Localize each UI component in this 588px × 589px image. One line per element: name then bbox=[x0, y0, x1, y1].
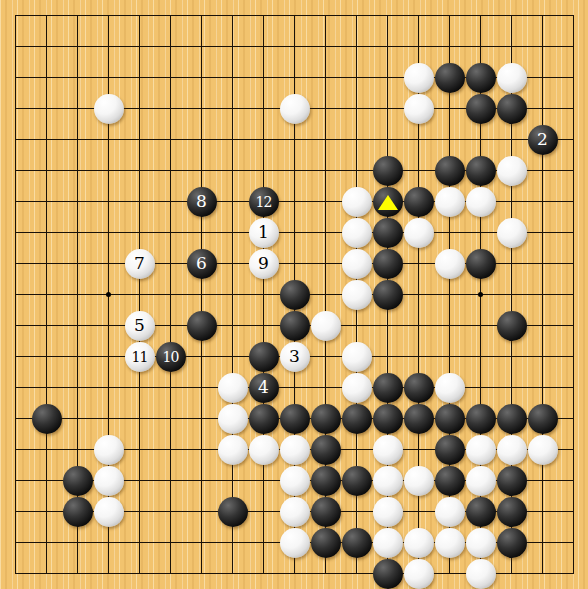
white-stone[interactable] bbox=[93, 465, 124, 496]
black-stone[interactable] bbox=[403, 403, 434, 434]
black-stone[interactable] bbox=[372, 372, 403, 403]
white-stone[interactable] bbox=[465, 465, 496, 496]
white-stone[interactable] bbox=[93, 93, 124, 124]
black-stone[interactable] bbox=[434, 62, 465, 93]
white-stone[interactable] bbox=[341, 279, 372, 310]
black-stone[interactable] bbox=[186, 310, 217, 341]
go-board[interactable]: 281217695111034 bbox=[0, 0, 588, 589]
white-stone[interactable] bbox=[434, 186, 465, 217]
white-stone[interactable] bbox=[403, 558, 434, 589]
black-stone[interactable] bbox=[465, 403, 496, 434]
white-stone[interactable] bbox=[341, 248, 372, 279]
black-stone[interactable] bbox=[465, 93, 496, 124]
white-stone[interactable] bbox=[372, 496, 403, 527]
white-stone[interactable] bbox=[279, 496, 310, 527]
white-stone[interactable] bbox=[372, 465, 403, 496]
white-stone[interactable] bbox=[527, 434, 558, 465]
black-stone[interactable] bbox=[372, 279, 403, 310]
white-stone[interactable] bbox=[434, 496, 465, 527]
black-stone[interactable] bbox=[403, 372, 434, 403]
white-stone[interactable] bbox=[279, 434, 310, 465]
black-stone[interactable] bbox=[62, 496, 93, 527]
black-stone[interactable] bbox=[372, 217, 403, 248]
white-stone[interactable] bbox=[372, 434, 403, 465]
black-stone[interactable] bbox=[465, 248, 496, 279]
black-stone[interactable] bbox=[279, 403, 310, 434]
black-stone[interactable] bbox=[372, 155, 403, 186]
white-stone[interactable]: 9 bbox=[248, 248, 279, 279]
black-stone[interactable] bbox=[434, 155, 465, 186]
white-stone[interactable] bbox=[465, 186, 496, 217]
white-stone[interactable] bbox=[217, 372, 248, 403]
black-stone[interactable] bbox=[310, 527, 341, 558]
black-stone[interactable] bbox=[403, 186, 434, 217]
black-stone[interactable] bbox=[465, 155, 496, 186]
white-stone[interactable]: 3 bbox=[279, 341, 310, 372]
black-stone[interactable]: 8 bbox=[186, 186, 217, 217]
black-stone[interactable] bbox=[62, 465, 93, 496]
white-stone[interactable] bbox=[310, 310, 341, 341]
white-stone[interactable] bbox=[496, 155, 527, 186]
black-stone[interactable] bbox=[496, 310, 527, 341]
white-stone[interactable] bbox=[465, 434, 496, 465]
black-stone[interactable]: 2 bbox=[527, 124, 558, 155]
white-stone[interactable]: 11 bbox=[124, 341, 155, 372]
black-stone[interactable] bbox=[372, 248, 403, 279]
black-stone[interactable] bbox=[279, 279, 310, 310]
black-stone[interactable] bbox=[310, 496, 341, 527]
black-stone[interactable] bbox=[496, 93, 527, 124]
white-stone[interactable] bbox=[341, 186, 372, 217]
white-stone[interactable] bbox=[496, 62, 527, 93]
white-stone[interactable] bbox=[279, 93, 310, 124]
white-stone[interactable] bbox=[496, 217, 527, 248]
black-stone[interactable]: 12 bbox=[248, 186, 279, 217]
white-stone[interactable] bbox=[434, 527, 465, 558]
white-stone[interactable] bbox=[434, 372, 465, 403]
black-stone[interactable] bbox=[279, 310, 310, 341]
black-stone[interactable] bbox=[465, 496, 496, 527]
black-stone[interactable] bbox=[434, 403, 465, 434]
black-stone[interactable]: 10 bbox=[155, 341, 186, 372]
black-stone[interactable] bbox=[496, 465, 527, 496]
black-stone[interactable] bbox=[465, 62, 496, 93]
white-stone[interactable] bbox=[341, 341, 372, 372]
black-stone[interactable] bbox=[248, 403, 279, 434]
black-stone[interactable] bbox=[248, 341, 279, 372]
black-stone[interactable] bbox=[527, 403, 558, 434]
black-stone[interactable] bbox=[496, 496, 527, 527]
white-stone[interactable] bbox=[372, 527, 403, 558]
white-stone[interactable] bbox=[93, 434, 124, 465]
white-stone[interactable] bbox=[217, 434, 248, 465]
black-stone[interactable]: 4 bbox=[248, 372, 279, 403]
white-stone[interactable] bbox=[217, 403, 248, 434]
white-stone[interactable] bbox=[341, 217, 372, 248]
black-stone[interactable] bbox=[217, 496, 248, 527]
black-stone[interactable] bbox=[310, 403, 341, 434]
black-stone[interactable] bbox=[372, 403, 403, 434]
black-stone[interactable] bbox=[31, 403, 62, 434]
stones-layer: 281217695111034 bbox=[0, 0, 588, 589]
white-stone[interactable] bbox=[403, 93, 434, 124]
white-stone[interactable] bbox=[248, 434, 279, 465]
white-stone[interactable]: 7 bbox=[124, 248, 155, 279]
white-stone[interactable]: 5 bbox=[124, 310, 155, 341]
white-stone[interactable] bbox=[279, 465, 310, 496]
white-stone[interactable]: 1 bbox=[248, 217, 279, 248]
black-stone[interactable] bbox=[341, 465, 372, 496]
black-stone[interactable] bbox=[434, 434, 465, 465]
black-stone[interactable] bbox=[496, 527, 527, 558]
black-stone[interactable] bbox=[341, 527, 372, 558]
white-stone[interactable] bbox=[465, 558, 496, 589]
black-stone[interactable] bbox=[434, 465, 465, 496]
black-stone[interactable] bbox=[372, 186, 403, 217]
black-stone[interactable] bbox=[310, 465, 341, 496]
white-stone[interactable] bbox=[403, 62, 434, 93]
white-stone[interactable] bbox=[496, 434, 527, 465]
white-stone[interactable] bbox=[403, 465, 434, 496]
white-stone[interactable] bbox=[465, 527, 496, 558]
white-stone[interactable] bbox=[434, 248, 465, 279]
white-stone[interactable] bbox=[403, 217, 434, 248]
white-stone[interactable] bbox=[341, 372, 372, 403]
black-stone[interactable] bbox=[496, 403, 527, 434]
white-stone[interactable] bbox=[403, 527, 434, 558]
black-stone[interactable]: 6 bbox=[186, 248, 217, 279]
black-stone[interactable] bbox=[310, 434, 341, 465]
white-stone[interactable] bbox=[279, 527, 310, 558]
black-stone[interactable] bbox=[341, 403, 372, 434]
white-stone[interactable] bbox=[93, 496, 124, 527]
black-stone[interactable] bbox=[372, 558, 403, 589]
